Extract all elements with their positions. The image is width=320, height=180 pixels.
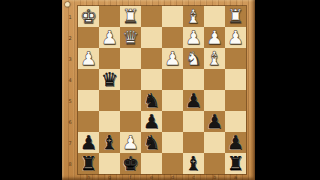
white-bishop[interactable]: ♝ xyxy=(204,48,225,69)
white-rook[interactable]: ♜ xyxy=(120,6,141,27)
square-h5[interactable] xyxy=(78,90,99,111)
square-d8[interactable] xyxy=(162,153,183,174)
file-label: a xyxy=(225,174,246,180)
square-a7[interactable]: ♟ xyxy=(225,132,246,153)
file-label: c xyxy=(183,174,204,180)
black-bishop[interactable]: ♝ xyxy=(99,132,120,153)
square-b1[interactable] xyxy=(204,6,225,27)
square-d5[interactable] xyxy=(162,90,183,111)
square-b8[interactable] xyxy=(204,153,225,174)
square-c6[interactable] xyxy=(183,111,204,132)
file-label: g xyxy=(99,174,120,180)
rank-label: 7 xyxy=(62,132,78,153)
square-b7[interactable] xyxy=(204,132,225,153)
square-g7[interactable]: ♝ xyxy=(99,132,120,153)
square-g5[interactable] xyxy=(99,90,120,111)
file-label: h xyxy=(78,174,99,180)
square-a4[interactable] xyxy=(225,69,246,90)
black-rook[interactable]: ♜ xyxy=(225,153,246,174)
white-pawn[interactable]: ♟ xyxy=(78,48,99,69)
square-e8[interactable] xyxy=(141,153,162,174)
rank-label: 8 xyxy=(62,153,78,174)
square-a8[interactable]: ♜ xyxy=(225,153,246,174)
rank-label: 4 xyxy=(62,69,78,90)
file-labels: hgfedcba xyxy=(78,174,246,180)
square-e4[interactable] xyxy=(141,69,162,90)
square-a5[interactable] xyxy=(225,90,246,111)
square-c8[interactable]: ♝ xyxy=(183,153,204,174)
white-pawn[interactable]: ♟ xyxy=(162,48,183,69)
black-king[interactable]: ♚ xyxy=(120,153,141,174)
square-d1[interactable] xyxy=(162,6,183,27)
square-h1[interactable]: ♚ xyxy=(78,6,99,27)
file-label: e xyxy=(141,174,162,180)
white-bishop[interactable]: ♝ xyxy=(183,6,204,27)
square-g6[interactable] xyxy=(99,111,120,132)
square-d3[interactable]: ♟ xyxy=(162,48,183,69)
square-f2[interactable]: ♛ xyxy=(120,27,141,48)
square-f3[interactable] xyxy=(120,48,141,69)
file-label: f xyxy=(120,174,141,180)
square-a3[interactable] xyxy=(225,48,246,69)
square-c2[interactable]: ♟ xyxy=(183,27,204,48)
square-g8[interactable] xyxy=(99,153,120,174)
white-pawn[interactable]: ♟ xyxy=(204,27,225,48)
square-c3[interactable]: ♞ xyxy=(183,48,204,69)
square-e1[interactable] xyxy=(141,6,162,27)
rank-labels: 12345678 xyxy=(62,6,78,174)
square-e6[interactable]: ♟ xyxy=(141,111,162,132)
square-f7[interactable]: ♟ xyxy=(120,132,141,153)
square-h8[interactable]: ♜ xyxy=(78,153,99,174)
white-knight[interactable]: ♞ xyxy=(183,48,204,69)
square-b5[interactable] xyxy=(204,90,225,111)
white-rook[interactable]: ♜ xyxy=(225,6,246,27)
black-queen[interactable]: ♛ xyxy=(99,69,120,90)
black-rook[interactable]: ♜ xyxy=(78,153,99,174)
chessboard[interactable]: ♚♜♝♜♟♛♟♟♟♟♟♞♝♛♞♟♟♟♟♝♟♞♟♜♚♝♜ xyxy=(78,6,246,174)
square-d4[interactable] xyxy=(162,69,183,90)
white-pawn[interactable]: ♟ xyxy=(225,27,246,48)
square-d2[interactable] xyxy=(162,27,183,48)
square-h2[interactable] xyxy=(78,27,99,48)
square-b4[interactable] xyxy=(204,69,225,90)
square-a2[interactable]: ♟ xyxy=(225,27,246,48)
black-pawn[interactable]: ♟ xyxy=(204,111,225,132)
square-g3[interactable] xyxy=(99,48,120,69)
square-f6[interactable] xyxy=(120,111,141,132)
black-knight[interactable]: ♞ xyxy=(141,90,162,111)
square-e2[interactable] xyxy=(141,27,162,48)
square-f5[interactable] xyxy=(120,90,141,111)
rank-label: 6 xyxy=(62,111,78,132)
square-c5[interactable]: ♟ xyxy=(183,90,204,111)
square-h7[interactable]: ♟ xyxy=(78,132,99,153)
white-pawn[interactable]: ♟ xyxy=(120,132,141,153)
square-b2[interactable]: ♟ xyxy=(204,27,225,48)
black-knight[interactable]: ♞ xyxy=(141,132,162,153)
file-label: b xyxy=(204,174,225,180)
white-king[interactable]: ♚ xyxy=(78,6,99,27)
square-e3[interactable] xyxy=(141,48,162,69)
rank-label: 2 xyxy=(62,27,78,48)
rank-label: 5 xyxy=(62,90,78,111)
black-pawn[interactable]: ♟ xyxy=(183,90,204,111)
white-pawn[interactable]: ♟ xyxy=(183,27,204,48)
square-b6[interactable]: ♟ xyxy=(204,111,225,132)
square-c7[interactable] xyxy=(183,132,204,153)
square-g2[interactable]: ♟ xyxy=(99,27,120,48)
square-g1[interactable] xyxy=(99,6,120,27)
rank-label: 1 xyxy=(62,6,78,27)
square-c1[interactable]: ♝ xyxy=(183,6,204,27)
square-f8[interactable]: ♚ xyxy=(120,153,141,174)
black-pawn[interactable]: ♟ xyxy=(78,132,99,153)
square-a1[interactable]: ♜ xyxy=(225,6,246,27)
square-b3[interactable]: ♝ xyxy=(204,48,225,69)
square-e5[interactable]: ♞ xyxy=(141,90,162,111)
square-a6[interactable] xyxy=(225,111,246,132)
square-h4[interactable] xyxy=(78,69,99,90)
rank-label: 3 xyxy=(62,48,78,69)
white-queen[interactable]: ♛ xyxy=(120,27,141,48)
video-frame: 12345678 hgfedcba ♚♜♝♜♟♛♟♟♟♟♟♞♝♛♞♟♟♟♟♝♟♞… xyxy=(0,0,320,180)
square-h6[interactable] xyxy=(78,111,99,132)
square-f4[interactable] xyxy=(120,69,141,90)
white-pawn[interactable]: ♟ xyxy=(99,27,120,48)
black-pawn[interactable]: ♟ xyxy=(225,132,246,153)
square-e7[interactable]: ♞ xyxy=(141,132,162,153)
chessboard-frame: 12345678 hgfedcba ♚♜♝♜♟♛♟♟♟♟♟♞♝♛♞♟♟♟♟♝♟♞… xyxy=(62,0,255,180)
square-d7[interactable] xyxy=(162,132,183,153)
black-pawn[interactable]: ♟ xyxy=(141,111,162,132)
black-bishop[interactable]: ♝ xyxy=(183,153,204,174)
square-d6[interactable] xyxy=(162,111,183,132)
square-h3[interactable]: ♟ xyxy=(78,48,99,69)
square-c4[interactable] xyxy=(183,69,204,90)
file-label: d xyxy=(162,174,183,180)
square-f1[interactable]: ♜ xyxy=(120,6,141,27)
square-g4[interactable]: ♛ xyxy=(99,69,120,90)
